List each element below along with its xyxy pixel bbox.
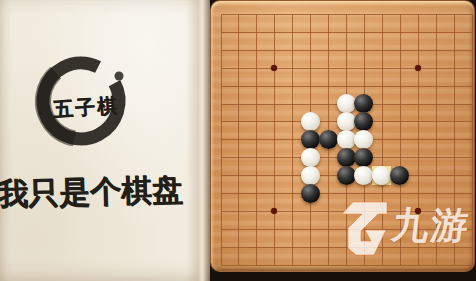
black-stone	[390, 166, 409, 185]
white-stone	[354, 166, 373, 185]
black-stone	[301, 130, 320, 149]
left-panel: 五子棋 我只是个棋盘	[0, 0, 210, 281]
white-stone	[337, 130, 356, 149]
black-stone	[354, 112, 373, 131]
black-stone	[301, 184, 320, 203]
black-stone	[337, 166, 356, 185]
star-point	[271, 65, 277, 71]
grid-line-v	[472, 14, 473, 265]
seal-title: 五子棋	[52, 92, 120, 124]
white-stone	[354, 130, 373, 149]
grid-line-h	[221, 265, 472, 266]
caption-text: 我只是个棋盘	[0, 168, 208, 215]
brand-text: 九游	[389, 201, 473, 251]
grid-line-h	[221, 193, 472, 194]
g-logo-icon	[337, 201, 389, 256]
white-stone	[301, 112, 320, 131]
black-stone	[354, 148, 373, 167]
white-stone	[301, 148, 320, 167]
black-stone	[354, 94, 373, 113]
white-stone	[337, 112, 356, 131]
white-stone	[301, 166, 320, 185]
screenshot-root: 五子棋 我只是个棋盘 九游	[0, 0, 476, 281]
white-stone	[337, 94, 356, 113]
black-stone	[337, 148, 356, 167]
brand-watermark: 九游	[337, 201, 470, 256]
star-point	[415, 65, 421, 71]
star-point	[271, 208, 277, 214]
brush-dot	[115, 72, 124, 81]
black-stone	[319, 130, 338, 149]
